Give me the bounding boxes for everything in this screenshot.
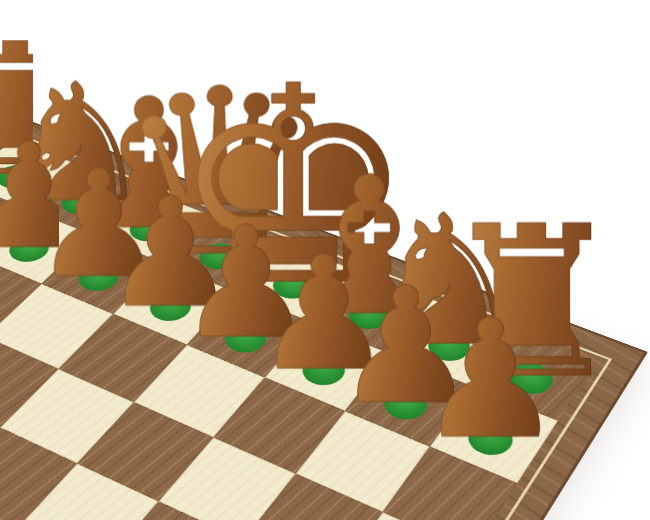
board-grid: ♜♞♝♛♚♝♞♜♟♟♟♟♟♟♟♟	[0, 140, 596, 520]
product-photo-stage: ♜♞♝♛♚♝♞♜♟♟♟♟♟♟♟♟	[0, 0, 650, 520]
piece-pawn-h7: ♟	[418, 297, 565, 461]
chess-board: ♜♞♝♛♚♝♞♜♟♟♟♟♟♟♟♟	[0, 112, 648, 520]
board-scene: ♜♞♝♛♚♝♞♜♟♟♟♟♟♟♟♟	[0, 0, 650, 520]
